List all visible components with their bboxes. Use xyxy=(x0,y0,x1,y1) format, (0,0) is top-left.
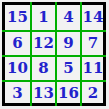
cell-r3c4: 11 xyxy=(82,57,104,80)
cell-r2c1: 6 xyxy=(5,32,30,55)
cell-r1c1: 15 xyxy=(5,5,30,30)
cell-r4c1: 3 xyxy=(5,82,30,104)
cell-r2c2: 12 xyxy=(32,32,55,55)
cell-r1c4: 14 xyxy=(82,5,104,30)
cell-r3c3: 5 xyxy=(57,57,80,80)
cell-r4c4: 2 xyxy=(82,82,104,104)
cell-r1c3: 4 xyxy=(57,5,80,30)
magic-square-board: 15 1 4 14 6 12 9 7 10 8 5 11 3 13 16 2 xyxy=(0,0,109,109)
cell-r3c2: 8 xyxy=(32,57,55,80)
cell-grid: 15 1 4 14 6 12 9 7 10 8 5 11 3 13 16 2 xyxy=(5,5,104,104)
cell-r2c4: 7 xyxy=(82,32,104,55)
cell-r3c1: 10 xyxy=(5,57,30,80)
cell-r1c2: 1 xyxy=(32,5,55,30)
cell-r4c2: 13 xyxy=(32,82,55,104)
cell-r4c3: 16 xyxy=(57,82,80,104)
cell-r2c3: 9 xyxy=(57,32,80,55)
